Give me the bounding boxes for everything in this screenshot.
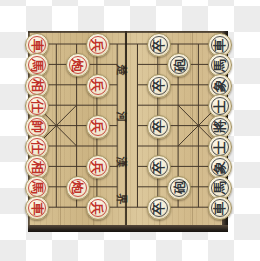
piece-character: 炮 <box>71 181 84 194</box>
piece-black-soldier[interactable]: 卒 <box>147 196 171 220</box>
piece-black-soldier[interactable]: 卒 <box>147 115 171 139</box>
piece-red-soldier[interactable]: 兵 <box>86 74 110 98</box>
piece-red-chariot[interactable]: 車 <box>25 196 49 220</box>
piece-character: 兵 <box>91 161 104 174</box>
piece-character: 象 <box>213 79 226 92</box>
piece-character: 車 <box>31 202 44 215</box>
board-edge-top <box>28 31 228 33</box>
piece-character: 卒 <box>152 202 165 215</box>
piece-character: 士 <box>213 141 226 154</box>
board-side-trim-bottom <box>28 225 228 232</box>
piece-character: 炮 <box>71 59 84 72</box>
piece-red-soldier[interactable]: 兵 <box>86 115 110 139</box>
board-fold-seam <box>125 31 127 232</box>
piece-character: 車 <box>213 202 226 215</box>
piece-character: 卒 <box>152 79 165 92</box>
piece-character: 車 <box>213 39 226 52</box>
piece-character: 相 <box>31 161 44 174</box>
piece-red-cannon[interactable]: 炮 <box>66 176 90 200</box>
piece-character: 兵 <box>91 39 104 52</box>
piece-character: 車 <box>31 39 44 52</box>
piece-red-cannon[interactable]: 炮 <box>66 53 90 77</box>
piece-character: 卒 <box>152 39 165 52</box>
piece-red-soldier[interactable]: 兵 <box>86 196 110 220</box>
piece-character: 兵 <box>91 202 104 215</box>
piece-character: 砲 <box>173 59 186 72</box>
piece-character: 士 <box>213 100 226 113</box>
piece-character: 馬 <box>31 181 44 194</box>
piece-character: 馬 <box>213 181 226 194</box>
piece-character: 砲 <box>173 181 186 194</box>
piece-black-soldier[interactable]: 卒 <box>147 74 171 98</box>
piece-character: 兵 <box>91 79 104 92</box>
piece-character: 卒 <box>152 120 165 133</box>
photo-stage: 楚 河 漢 界 車馬相仕帥仕相馬車炮炮兵兵兵兵兵卒卒卒卒卒砲砲車馬象士將士象馬車 <box>0 0 260 261</box>
piece-character: 仕 <box>31 100 44 113</box>
piece-character: 兵 <box>91 120 104 133</box>
piece-character: 將 <box>213 120 226 133</box>
piece-character: 馬 <box>213 59 226 72</box>
xiangqi-board[interactable]: 楚 河 漢 界 車馬相仕帥仕相馬車炮炮兵兵兵兵兵卒卒卒卒卒砲砲車馬象士將士象馬車 <box>28 31 228 232</box>
piece-black-chariot[interactable]: 車 <box>208 196 232 220</box>
piece-character: 帥 <box>31 120 44 133</box>
piece-black-soldier[interactable]: 卒 <box>147 33 171 57</box>
piece-character: 卒 <box>152 161 165 174</box>
piece-black-cannon[interactable]: 砲 <box>167 176 191 200</box>
piece-character: 仕 <box>31 141 44 154</box>
piece-character: 馬 <box>31 59 44 72</box>
piece-character: 相 <box>31 79 44 92</box>
piece-character: 象 <box>213 161 226 174</box>
piece-red-soldier[interactable]: 兵 <box>86 33 110 57</box>
